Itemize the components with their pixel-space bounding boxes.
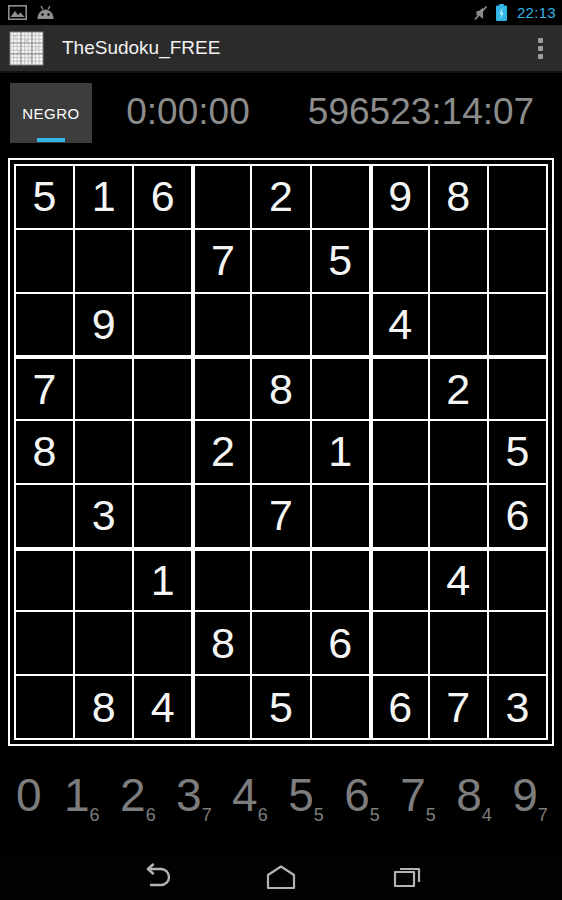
sudoku-board-frame: 516298759478282153761486845673 bbox=[8, 158, 554, 746]
cell-r3c7[interactable]: 4 bbox=[371, 294, 428, 356]
cell-r6c9[interactable]: 6 bbox=[489, 485, 546, 547]
recents-button[interactable] bbox=[390, 862, 424, 892]
cell-r9c4[interactable] bbox=[193, 676, 250, 738]
digit-label: 7 bbox=[400, 772, 426, 818]
tab-selected-underline bbox=[37, 138, 65, 142]
cell-r2c2[interactable] bbox=[75, 230, 132, 292]
cell-r7c7[interactable] bbox=[371, 549, 428, 611]
clock: 22:13 bbox=[517, 4, 556, 21]
cell-r4c3[interactable] bbox=[134, 357, 191, 419]
cell-r3c5[interactable] bbox=[252, 294, 309, 356]
cell-r4c6[interactable] bbox=[312, 357, 369, 419]
cell-r2c3[interactable] bbox=[134, 230, 191, 292]
cell-r7c8[interactable]: 4 bbox=[430, 549, 487, 611]
svg-text:3: 3 bbox=[14, 35, 16, 39]
cell-r1c9[interactable] bbox=[489, 166, 546, 228]
digit-remaining-count: 6 bbox=[90, 806, 100, 824]
digit-key-7[interactable]: 75 bbox=[400, 772, 436, 818]
cell-r7c5[interactable] bbox=[252, 549, 309, 611]
cell-r3c1[interactable] bbox=[16, 294, 73, 356]
total-timer: 596523:14:07 bbox=[284, 91, 562, 133]
digit-remaining-count: 5 bbox=[314, 806, 324, 824]
cell-r6c6[interactable] bbox=[312, 485, 369, 547]
digit-key-0[interactable]: 0 bbox=[16, 772, 44, 818]
cell-r8c3[interactable] bbox=[134, 612, 191, 674]
cell-r3c4[interactable] bbox=[193, 294, 250, 356]
cell-r5c2[interactable] bbox=[75, 421, 132, 483]
tab-negro[interactable]: NEGRO bbox=[10, 83, 92, 143]
digit-remaining-count: 6 bbox=[258, 806, 268, 824]
cell-r8c9[interactable] bbox=[489, 612, 546, 674]
digit-key-3[interactable]: 37 bbox=[176, 772, 212, 818]
digit-label: 1 bbox=[64, 772, 90, 818]
digit-label: 4 bbox=[232, 772, 258, 818]
digit-key-4[interactable]: 46 bbox=[232, 772, 268, 818]
svg-text:7: 7 bbox=[29, 57, 31, 61]
usb-debugging-android-icon bbox=[36, 5, 55, 20]
back-icon bbox=[139, 863, 171, 891]
home-icon bbox=[265, 864, 297, 890]
mute-icon bbox=[473, 5, 489, 21]
digit-remaining-count: 6 bbox=[146, 806, 156, 824]
cell-r6c8[interactable] bbox=[430, 485, 487, 547]
cell-r5c6[interactable]: 1 bbox=[312, 421, 369, 483]
cell-r7c3[interactable]: 1 bbox=[134, 549, 191, 611]
cell-r6c1[interactable] bbox=[16, 485, 73, 547]
digit-label: 5 bbox=[288, 772, 314, 818]
cell-r2c8[interactable] bbox=[430, 230, 487, 292]
digit-remaining-count: 7 bbox=[538, 806, 548, 824]
digit-label: 2 bbox=[120, 772, 146, 818]
cell-r7c1[interactable] bbox=[16, 549, 73, 611]
cell-r7c9[interactable] bbox=[489, 549, 546, 611]
cell-r8c1[interactable] bbox=[16, 612, 73, 674]
digit-remaining-count: 5 bbox=[426, 806, 436, 824]
digit-label: 9 bbox=[512, 772, 538, 818]
cell-r4c1[interactable]: 7 bbox=[16, 357, 73, 419]
cell-r4c7[interactable] bbox=[371, 357, 428, 419]
cell-r1c2[interactable]: 1 bbox=[75, 166, 132, 228]
cell-r9c7[interactable]: 6 bbox=[371, 676, 428, 738]
digit-key-9[interactable]: 97 bbox=[512, 772, 548, 818]
cell-r5c5[interactable] bbox=[252, 421, 309, 483]
toolbar: NEGRO 0:00:00 596523:14:07 bbox=[0, 73, 562, 143]
cell-r2c5[interactable] bbox=[252, 230, 309, 292]
battery-charging-icon bbox=[496, 4, 507, 21]
cell-r7c4[interactable] bbox=[193, 549, 250, 611]
digit-remaining-count: 7 bbox=[202, 806, 212, 824]
cell-r8c4[interactable]: 8 bbox=[193, 612, 250, 674]
cell-r1c7[interactable]: 9 bbox=[371, 166, 428, 228]
cell-r5c7[interactable] bbox=[371, 421, 428, 483]
cell-r2c9[interactable] bbox=[489, 230, 546, 292]
digit-key-6[interactable]: 65 bbox=[344, 772, 380, 818]
digit-label: 0 bbox=[16, 772, 42, 818]
cell-r5c4[interactable]: 2 bbox=[193, 421, 250, 483]
cell-r5c8[interactable] bbox=[430, 421, 487, 483]
cell-r8c8[interactable] bbox=[430, 612, 487, 674]
cell-r1c6[interactable] bbox=[312, 166, 369, 228]
home-button[interactable] bbox=[264, 862, 298, 892]
digit-key-1[interactable]: 16 bbox=[64, 772, 100, 818]
action-bar: 385 17 TheSudoku_FREE bbox=[0, 25, 562, 73]
cell-r4c4[interactable] bbox=[193, 357, 250, 419]
cell-r5c9[interactable]: 5 bbox=[489, 421, 546, 483]
cell-r7c2[interactable] bbox=[75, 549, 132, 611]
svg-text:5: 5 bbox=[36, 46, 38, 50]
cell-r9c5[interactable]: 5 bbox=[252, 676, 309, 738]
digit-key-8[interactable]: 84 bbox=[456, 772, 492, 818]
digit-label: 6 bbox=[344, 772, 370, 818]
svg-text:8: 8 bbox=[26, 38, 28, 42]
cell-r1c3[interactable]: 6 bbox=[134, 166, 191, 228]
digit-key-2[interactable]: 26 bbox=[120, 772, 156, 818]
cell-r1c4[interactable] bbox=[193, 166, 250, 228]
cell-r8c6[interactable]: 6 bbox=[312, 612, 369, 674]
cell-r6c3[interactable] bbox=[134, 485, 191, 547]
cell-r7c6[interactable] bbox=[312, 549, 369, 611]
cell-r3c8[interactable] bbox=[430, 294, 487, 356]
cell-r6c2[interactable]: 3 bbox=[75, 485, 132, 547]
digit-remaining-count: 5 bbox=[370, 806, 380, 824]
phone-screen: 22:13 385 17 TheSudoku_FREE bbox=[0, 0, 562, 900]
app-icon: 385 17 bbox=[9, 31, 44, 66]
cell-r1c5[interactable]: 2 bbox=[252, 166, 309, 228]
cell-r4c9[interactable] bbox=[489, 357, 546, 419]
digit-label: 3 bbox=[176, 772, 202, 818]
cell-r2c4[interactable]: 7 bbox=[193, 230, 250, 292]
cell-r1c8[interactable]: 8 bbox=[430, 166, 487, 228]
cell-r8c5[interactable] bbox=[252, 612, 309, 674]
cell-r2c1[interactable] bbox=[16, 230, 73, 292]
cell-r1c1[interactable]: 5 bbox=[16, 166, 73, 228]
cell-r8c2[interactable] bbox=[75, 612, 132, 674]
cell-r9c6[interactable] bbox=[312, 676, 369, 738]
back-button[interactable] bbox=[138, 862, 172, 892]
cell-r3c9[interactable] bbox=[489, 294, 546, 356]
cell-r3c3[interactable] bbox=[134, 294, 191, 356]
screenshot-icon bbox=[8, 5, 27, 20]
digit-key-5[interactable]: 55 bbox=[288, 772, 324, 818]
svg-text:1: 1 bbox=[18, 49, 20, 53]
cell-r2c6[interactable]: 5 bbox=[312, 230, 369, 292]
app-title: TheSudoku_FREE bbox=[62, 37, 220, 59]
cell-r4c2[interactable] bbox=[75, 357, 132, 419]
cell-r5c3[interactable] bbox=[134, 421, 191, 483]
cell-r6c5[interactable]: 7 bbox=[252, 485, 309, 547]
overflow-menu-icon[interactable] bbox=[518, 24, 562, 72]
elapsed-timer: 0:00:00 bbox=[92, 91, 284, 133]
cell-r9c2[interactable]: 8 bbox=[75, 676, 132, 738]
navigation-bar bbox=[0, 854, 562, 900]
cell-r9c9[interactable]: 3 bbox=[489, 676, 546, 738]
cell-r9c8[interactable]: 7 bbox=[430, 676, 487, 738]
cell-r2c7[interactable] bbox=[371, 230, 428, 292]
digit-bar: 0162637465565758497 bbox=[16, 772, 548, 818]
sudoku-board: 516298759478282153761486845673 bbox=[14, 164, 548, 740]
cell-r6c7[interactable] bbox=[371, 485, 428, 547]
cell-r8c7[interactable] bbox=[371, 612, 428, 674]
cell-r4c5[interactable]: 8 bbox=[252, 357, 309, 419]
tab-negro-label: NEGRO bbox=[22, 105, 80, 122]
digit-remaining-count: 4 bbox=[482, 806, 492, 824]
recents-icon bbox=[392, 864, 422, 890]
cell-r4c8[interactable]: 2 bbox=[430, 357, 487, 419]
status-bar: 22:13 bbox=[0, 0, 562, 25]
cell-r3c2[interactable]: 9 bbox=[75, 294, 132, 356]
digit-label: 8 bbox=[456, 772, 482, 818]
cell-r3c6[interactable] bbox=[312, 294, 369, 356]
cell-r9c3[interactable]: 4 bbox=[134, 676, 191, 738]
cell-r9c1[interactable] bbox=[16, 676, 73, 738]
cell-r6c4[interactable] bbox=[193, 485, 250, 547]
cell-r5c1[interactable]: 8 bbox=[16, 421, 73, 483]
